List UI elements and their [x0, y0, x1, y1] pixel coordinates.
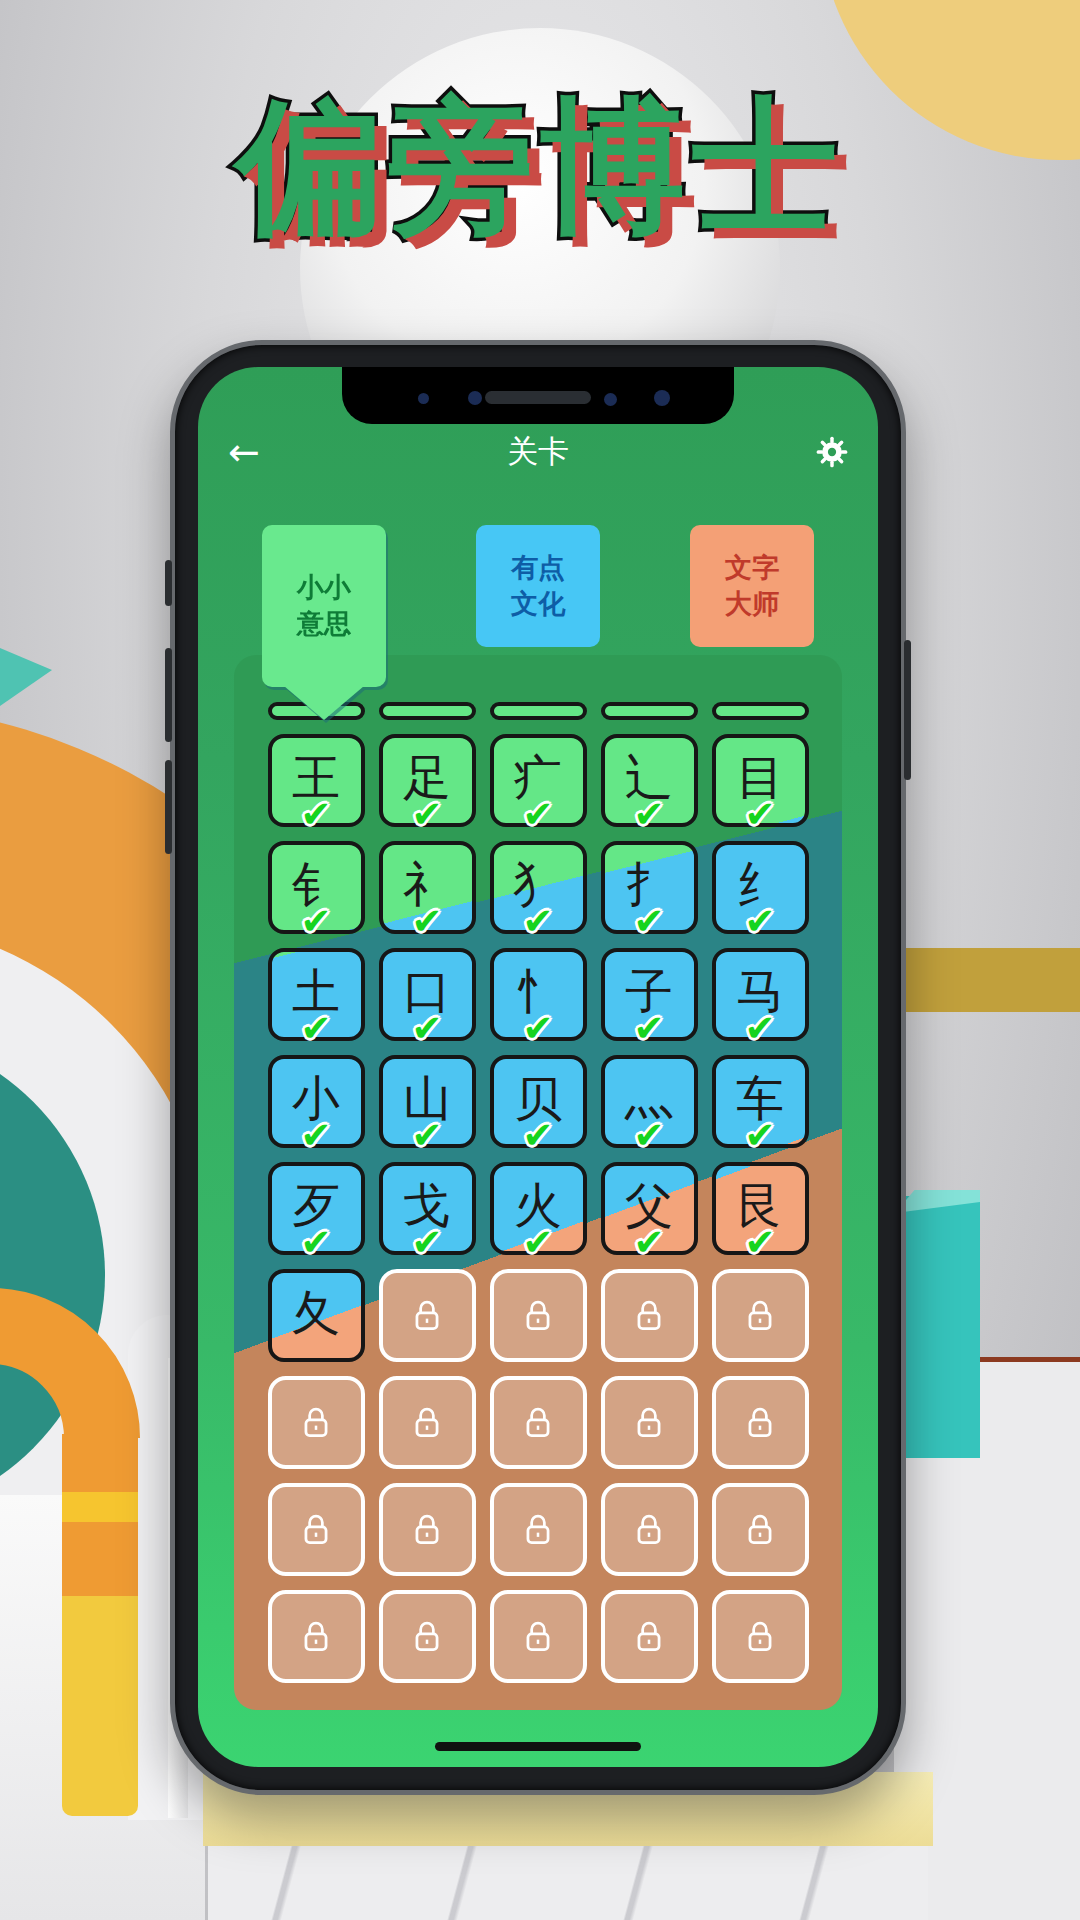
level-cell-r4-c2[interactable]: 口✔ [379, 948, 476, 1041]
lock-icon [745, 1405, 775, 1441]
level-cell-r7-c5-locked[interactable] [712, 1269, 809, 1362]
level-cell-r9-c2-locked[interactable] [379, 1483, 476, 1576]
completed-check-icon: ✔ [633, 1117, 664, 1154]
level-cell-r6-c4[interactable]: 父✔ [601, 1162, 698, 1255]
completed-check-icon: ✔ [300, 796, 331, 833]
level-cell-r5-c4[interactable]: 灬✔ [601, 1055, 698, 1148]
phone-power-button [904, 640, 911, 780]
level-cell-r8-c3-locked[interactable] [490, 1376, 587, 1469]
lock-icon [301, 1405, 331, 1441]
level-cell-r9-c1-locked[interactable] [268, 1483, 365, 1576]
lock-icon [634, 1298, 664, 1334]
completed-check-icon: ✔ [300, 903, 331, 940]
app-title: 偏旁博士 [0, 70, 1080, 267]
level-cell-r10-c1-locked[interactable] [268, 1590, 365, 1683]
level-cell-r7-c4-locked[interactable] [601, 1269, 698, 1362]
level-cell-r1-c2[interactable] [379, 702, 476, 720]
lock-icon [634, 1405, 664, 1441]
completed-check-icon: ✔ [411, 1224, 442, 1261]
level-cell-r9-c4-locked[interactable] [601, 1483, 698, 1576]
background-orange-tube [62, 1434, 138, 1816]
level-cell-r9-c5-locked[interactable] [712, 1483, 809, 1576]
background-teal-wedge [0, 648, 52, 706]
phone-volume-up-button [165, 648, 172, 742]
completed-check-icon: ✔ [411, 1117, 442, 1154]
level-cell-r8-c1-locked[interactable] [268, 1376, 365, 1469]
level-cell-r10-c3-locked[interactable] [490, 1590, 587, 1683]
level-cell-r10-c5-locked[interactable] [712, 1590, 809, 1683]
completed-check-icon: ✔ [522, 1224, 553, 1261]
completed-check-icon: ✔ [744, 1010, 775, 1047]
level-cell-r3-c3[interactable]: 犭✔ [490, 841, 587, 934]
level-cell-r8-c4-locked[interactable] [601, 1376, 698, 1469]
home-indicator[interactable] [435, 1742, 641, 1751]
camera-icon [654, 390, 670, 406]
speaker-grille [485, 391, 591, 404]
level-cell-r6-c3[interactable]: 火✔ [490, 1162, 587, 1255]
lock-icon [523, 1298, 553, 1334]
level-cell-r5-c1[interactable]: 小✔ [268, 1055, 365, 1148]
level-cell-r4-c5[interactable]: 马✔ [712, 948, 809, 1041]
completed-check-icon: ✔ [744, 1224, 775, 1261]
completed-check-icon: ✔ [744, 796, 775, 833]
completed-check-icon: ✔ [633, 903, 664, 940]
level-cell-r4-c4[interactable]: 子✔ [601, 948, 698, 1041]
level-cell-r2-c4[interactable]: 辶✔ [601, 734, 698, 827]
completed-check-icon: ✔ [300, 1117, 331, 1154]
lock-icon [523, 1512, 553, 1548]
lock-icon [412, 1298, 442, 1334]
tab-medium[interactable]: 有点文化 [476, 525, 600, 647]
level-cell-r2-c1[interactable]: 王✔ [268, 734, 365, 827]
completed-check-icon: ✔ [744, 1117, 775, 1154]
tab-easy[interactable]: 小小意思 [262, 525, 386, 687]
completed-check-icon: ✔ [411, 903, 442, 940]
background-floor-edge-line [972, 1357, 1080, 1362]
level-cell-r3-c4[interactable]: 扌✔ [601, 841, 698, 934]
camera-dot-icon [604, 393, 617, 406]
lock-icon [412, 1405, 442, 1441]
phone-volume-down-button [165, 760, 172, 854]
phone-mute-switch [165, 560, 172, 606]
lock-icon [745, 1619, 775, 1655]
level-cell-r10-c2-locked[interactable] [379, 1590, 476, 1683]
stage: 偏旁博士 ← 关卡 [0, 0, 1080, 1920]
lock-icon [523, 1405, 553, 1441]
app-bar-title: 关卡 [198, 431, 878, 473]
level-cell-r2-c3[interactable]: 疒✔ [490, 734, 587, 827]
level-cell-r5-c5[interactable]: 车✔ [712, 1055, 809, 1148]
completed-check-icon: ✔ [522, 1010, 553, 1047]
lock-icon [301, 1512, 331, 1548]
phone-mockup: ← 关卡 [170, 340, 906, 1795]
lock-icon [634, 1512, 664, 1548]
level-cell-r5-c2[interactable]: 山✔ [379, 1055, 476, 1148]
level-cell-r2-c5[interactable]: 目✔ [712, 734, 809, 827]
completed-check-icon: ✔ [300, 1224, 331, 1261]
level-panel: 王✔足✔疒✔辶✔目✔钅✔礻✔犭✔扌✔纟✔土✔口✔忄✔子✔马✔小✔山✔贝✔灬✔车✔… [234, 655, 842, 1710]
app-bar: ← 关卡 [198, 425, 878, 479]
level-grid: 王✔足✔疒✔辶✔目✔钅✔礻✔犭✔扌✔纟✔土✔口✔忄✔子✔马✔小✔山✔贝✔灬✔车✔… [234, 655, 842, 1683]
level-cell-r6-c2[interactable]: 戈✔ [379, 1162, 476, 1255]
completed-check-icon: ✔ [300, 1010, 331, 1047]
completed-check-icon: ✔ [633, 1010, 664, 1047]
completed-check-icon: ✔ [522, 1117, 553, 1154]
radical-glyph: 夂 [292, 1288, 340, 1336]
level-cell-r9-c3-locked[interactable] [490, 1483, 587, 1576]
lock-icon [634, 1619, 664, 1655]
camera-dot-icon [418, 393, 429, 404]
completed-check-icon: ✔ [522, 903, 553, 940]
level-cell-r7-c3-locked[interactable] [490, 1269, 587, 1362]
lock-icon [412, 1619, 442, 1655]
level-cell-r10-c4-locked[interactable] [601, 1590, 698, 1683]
lock-icon [412, 1512, 442, 1548]
level-cell-r1-c3[interactable] [490, 702, 587, 720]
level-cell-r5-c3[interactable]: 贝✔ [490, 1055, 587, 1148]
camera-dot-icon [468, 391, 482, 405]
completed-check-icon: ✔ [744, 903, 775, 940]
tab-hard[interactable]: 文字大师 [690, 525, 814, 647]
level-cell-r8-c5-locked[interactable] [712, 1376, 809, 1469]
level-cell-r6-c1[interactable]: 歹✔ [268, 1162, 365, 1255]
lock-icon [745, 1512, 775, 1548]
level-cell-r7-c1[interactable]: 夂 [268, 1269, 365, 1362]
level-cell-r4-c3[interactable]: 忄✔ [490, 948, 587, 1041]
level-cell-r6-c5[interactable]: 艮✔ [712, 1162, 809, 1255]
app-screen: ← 关卡 [198, 367, 878, 1767]
level-cell-r3-c5[interactable]: 纟✔ [712, 841, 809, 934]
lock-icon [523, 1619, 553, 1655]
background-teal-box [902, 1196, 980, 1458]
completed-check-icon: ✔ [633, 796, 664, 833]
completed-check-icon: ✔ [633, 1224, 664, 1261]
background-olive-block [896, 948, 1080, 1012]
completed-check-icon: ✔ [411, 1010, 442, 1047]
lock-icon [745, 1298, 775, 1334]
level-cell-r1-c5[interactable] [712, 702, 809, 720]
level-cell-r1-c4[interactable] [601, 702, 698, 720]
level-cell-r4-c1[interactable]: 土✔ [268, 948, 365, 1041]
pedestal-marble-front [208, 1846, 928, 1920]
level-cell-r7-c2-locked[interactable] [379, 1269, 476, 1362]
level-cell-r2-c2[interactable]: 足✔ [379, 734, 476, 827]
difficulty-tabs: 小小意思 有点文化 文字大师 [234, 525, 842, 700]
level-cell-r3-c1[interactable]: 钅✔ [268, 841, 365, 934]
completed-check-icon: ✔ [522, 796, 553, 833]
phone-notch [342, 367, 734, 424]
completed-check-icon: ✔ [411, 796, 442, 833]
level-cell-r3-c2[interactable]: 礻✔ [379, 841, 476, 934]
level-cell-r8-c2-locked[interactable] [379, 1376, 476, 1469]
lock-icon [301, 1619, 331, 1655]
